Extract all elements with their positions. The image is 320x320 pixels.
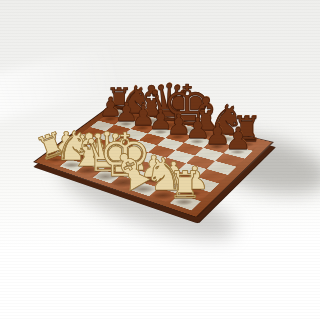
board-grid xyxy=(44,108,261,210)
chess-set-photo: ♜♞♟♝♟♛♟♚♟♝♟♞♟♜♟♟♟♟♜♟♞♟♝♟♛♟♚♟♝♟♞♜ xyxy=(0,0,320,320)
chess-board xyxy=(33,104,274,218)
